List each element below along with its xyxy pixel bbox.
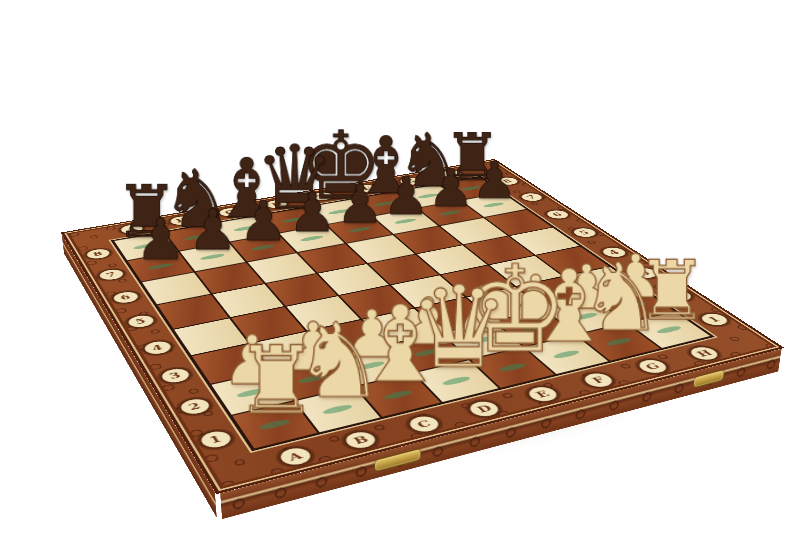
product-photo-page: { "game": "chess", "position": "rnbqkbnr… <box>0 0 800 533</box>
file-label-e-front: E <box>521 383 565 405</box>
rank-label-5-right: 5 <box>567 226 602 239</box>
rank-label-6-right: 6 <box>541 208 574 220</box>
photo-stage: ABCDEFGH ABCDEFGH 87654321 87654321 ♜♞♝♛… <box>0 0 800 533</box>
file-label-d-front: D <box>462 397 506 419</box>
rank-label-5-left: 5 <box>123 313 159 331</box>
file-label-b-front: B <box>339 428 383 452</box>
square-a1[interactable]: ♜ <box>232 402 317 449</box>
brass-hinge <box>375 449 420 471</box>
brass-clasp <box>693 370 723 387</box>
rank-label-4-left: 4 <box>139 338 176 357</box>
file-label-c-front: C <box>402 412 446 435</box>
file-label-g-front: G <box>631 356 674 376</box>
file-label-f-front: F <box>577 370 620 391</box>
file-label-h-front: H <box>683 344 726 363</box>
file-label-a-front: A <box>273 444 317 469</box>
rank-label-8-left: 8 <box>82 247 114 261</box>
square-a7[interactable]: ♟ <box>128 252 194 282</box>
rank-label-2-left: 2 <box>174 395 215 417</box>
rank-label-3-left: 3 <box>156 366 195 387</box>
rank-label-6-left: 6 <box>108 289 142 305</box>
rank-label-7-left: 7 <box>95 267 128 282</box>
piece-white-rook-a1[interactable]: ♜ <box>221 334 333 427</box>
piece-black-pawn-a7[interactable]: ♟ <box>127 211 195 267</box>
rank-label-1-left: 1 <box>194 428 237 452</box>
